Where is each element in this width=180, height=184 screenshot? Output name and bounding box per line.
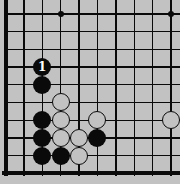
stone-black-c6[interactable] (33, 76, 51, 94)
stone-black-c7[interactable]: 1 (33, 58, 51, 76)
stone-black-c3[interactable] (33, 129, 51, 147)
stone-black-d2[interactable] (52, 147, 70, 165)
stone-grid: 1 (0, 5, 180, 182)
stone-white-e3[interactable] (70, 129, 88, 147)
stone-white-e2[interactable] (70, 147, 88, 165)
stone-white-d3[interactable] (52, 129, 70, 147)
stone-white-f4[interactable] (88, 111, 106, 129)
go-board[interactable]: 1 (0, 0, 180, 184)
stone-white-k4[interactable] (162, 111, 180, 129)
stone-white-d4[interactable] (52, 111, 70, 129)
move-number-label: 1 (38, 61, 46, 73)
stone-black-c4[interactable] (33, 111, 51, 129)
stone-white-d5[interactable] (52, 93, 70, 111)
stone-black-f3[interactable] (88, 129, 106, 147)
stone-black-c2[interactable] (33, 147, 51, 165)
